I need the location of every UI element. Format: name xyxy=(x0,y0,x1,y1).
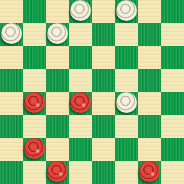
square-r2c5[interactable] xyxy=(115,46,138,69)
square-r6c1[interactable] xyxy=(23,138,46,161)
square-r2c0[interactable] xyxy=(0,46,23,69)
square-r0c3[interactable] xyxy=(69,0,92,23)
square-r1c7[interactable] xyxy=(161,23,184,46)
square-r3c5[interactable] xyxy=(115,69,138,92)
white-piece[interactable] xyxy=(116,0,137,21)
square-r7c7[interactable] xyxy=(161,161,184,184)
square-r1c6[interactable] xyxy=(138,23,161,46)
square-r3c0[interactable] xyxy=(0,69,23,92)
square-r7c1[interactable] xyxy=(23,161,46,184)
square-r1c4[interactable] xyxy=(92,23,115,46)
square-r2c6[interactable] xyxy=(138,46,161,69)
square-r7c6[interactable] xyxy=(138,161,161,184)
square-r3c2[interactable] xyxy=(46,69,69,92)
square-r6c5[interactable] xyxy=(115,138,138,161)
square-r3c6[interactable] xyxy=(138,69,161,92)
square-r7c3[interactable] xyxy=(69,161,92,184)
square-r5c7[interactable] xyxy=(161,115,184,138)
square-r4c0[interactable] xyxy=(0,92,23,115)
square-r0c2[interactable] xyxy=(46,0,69,23)
square-r5c1[interactable] xyxy=(23,115,46,138)
red-piece[interactable] xyxy=(24,138,45,159)
square-r5c5[interactable] xyxy=(115,115,138,138)
square-r2c3[interactable] xyxy=(69,46,92,69)
red-piece[interactable] xyxy=(70,92,91,113)
square-r3c4[interactable] xyxy=(92,69,115,92)
square-r1c0[interactable] xyxy=(0,23,23,46)
square-r5c0[interactable] xyxy=(0,115,23,138)
square-r7c2[interactable] xyxy=(46,161,69,184)
checkers-board xyxy=(0,0,184,184)
square-r1c3[interactable] xyxy=(69,23,92,46)
square-r7c0[interactable] xyxy=(0,161,23,184)
square-r1c2[interactable] xyxy=(46,23,69,46)
square-r4c4[interactable] xyxy=(92,92,115,115)
white-piece[interactable] xyxy=(47,23,68,44)
red-piece[interactable] xyxy=(24,92,45,113)
square-r6c4[interactable] xyxy=(92,138,115,161)
square-r0c6[interactable] xyxy=(138,0,161,23)
square-r7c5[interactable] xyxy=(115,161,138,184)
red-piece[interactable] xyxy=(139,161,160,182)
red-piece[interactable] xyxy=(47,161,68,182)
square-r6c6[interactable] xyxy=(138,138,161,161)
square-r6c2[interactable] xyxy=(46,138,69,161)
square-r0c5[interactable] xyxy=(115,0,138,23)
square-r4c6[interactable] xyxy=(138,92,161,115)
square-r0c4[interactable] xyxy=(92,0,115,23)
white-piece[interactable] xyxy=(1,23,22,44)
square-r4c1[interactable] xyxy=(23,92,46,115)
square-r5c2[interactable] xyxy=(46,115,69,138)
square-r5c6[interactable] xyxy=(138,115,161,138)
square-r4c5[interactable] xyxy=(115,92,138,115)
square-r5c4[interactable] xyxy=(92,115,115,138)
square-r4c3[interactable] xyxy=(69,92,92,115)
square-r0c0[interactable] xyxy=(0,0,23,23)
square-r2c2[interactable] xyxy=(46,46,69,69)
square-r0c1[interactable] xyxy=(23,0,46,23)
square-r4c7[interactable] xyxy=(161,92,184,115)
square-r3c7[interactable] xyxy=(161,69,184,92)
square-r6c7[interactable] xyxy=(161,138,184,161)
square-r5c3[interactable] xyxy=(69,115,92,138)
square-r1c1[interactable] xyxy=(23,23,46,46)
square-r2c4[interactable] xyxy=(92,46,115,69)
white-piece[interactable] xyxy=(70,0,91,21)
square-r3c1[interactable] xyxy=(23,69,46,92)
square-r4c2[interactable] xyxy=(46,92,69,115)
square-r6c0[interactable] xyxy=(0,138,23,161)
square-r1c5[interactable] xyxy=(115,23,138,46)
square-r7c4[interactable] xyxy=(92,161,115,184)
square-r2c1[interactable] xyxy=(23,46,46,69)
square-r2c7[interactable] xyxy=(161,46,184,69)
square-r0c7[interactable] xyxy=(161,0,184,23)
white-piece[interactable] xyxy=(116,92,137,113)
square-r3c3[interactable] xyxy=(69,69,92,92)
square-r6c3[interactable] xyxy=(69,138,92,161)
